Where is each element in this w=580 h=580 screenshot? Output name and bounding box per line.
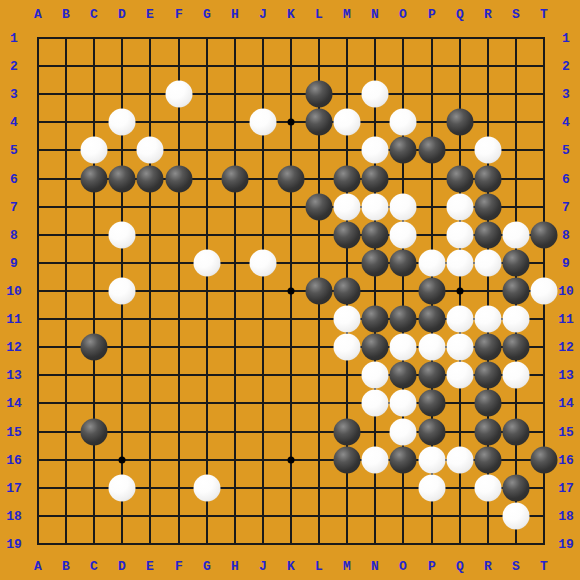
stone-black-N8	[362, 222, 389, 249]
stone-black-R8	[475, 222, 502, 249]
stone-white-R9	[475, 250, 502, 277]
row-label-left-6: 6	[10, 172, 18, 187]
stone-white-S18	[503, 503, 530, 530]
stone-black-C12	[81, 334, 108, 361]
row-label-right-17: 17	[558, 481, 574, 496]
stone-black-P14	[419, 390, 446, 417]
stone-white-N16	[362, 447, 389, 474]
col-label-top-G: G	[203, 7, 211, 22]
stone-black-O9	[390, 250, 417, 277]
stone-black-N11	[362, 306, 389, 333]
col-label-bottom-P: P	[428, 559, 436, 574]
row-label-right-7: 7	[562, 200, 570, 215]
col-label-bottom-G: G	[203, 559, 211, 574]
stone-white-S13	[503, 362, 530, 389]
row-label-right-18: 18	[558, 509, 574, 524]
row-label-right-16: 16	[558, 453, 574, 468]
stone-black-L3	[306, 81, 333, 108]
stone-black-P13	[419, 362, 446, 389]
stone-black-S10	[503, 278, 530, 305]
col-label-top-J: J	[259, 7, 267, 22]
col-label-top-F: F	[175, 7, 183, 22]
stone-black-O13	[390, 362, 417, 389]
stone-white-Q13	[447, 362, 474, 389]
star-point-D16	[119, 457, 126, 464]
row-label-right-8: 8	[562, 228, 570, 243]
stone-black-O5	[390, 137, 417, 164]
row-label-left-18: 18	[6, 509, 22, 524]
row-label-right-9: 9	[562, 256, 570, 271]
col-label-bottom-A: A	[34, 559, 42, 574]
stone-black-S15	[503, 419, 530, 446]
stone-black-T16	[531, 447, 558, 474]
stone-black-C15	[81, 419, 108, 446]
stone-white-N5	[362, 137, 389, 164]
stone-white-N14	[362, 390, 389, 417]
stone-white-Q11	[447, 306, 474, 333]
stone-white-D8	[109, 222, 136, 249]
col-label-bottom-C: C	[90, 559, 98, 574]
col-label-top-K: K	[287, 7, 295, 22]
row-label-right-14: 14	[558, 396, 574, 411]
stone-white-R5	[475, 137, 502, 164]
stone-white-J4	[250, 109, 277, 136]
stone-white-Q12	[447, 334, 474, 361]
row-label-right-10: 10	[558, 284, 574, 299]
stone-white-M7	[334, 194, 361, 221]
row-label-left-3: 3	[10, 87, 18, 102]
row-label-right-13: 13	[558, 368, 574, 383]
stone-black-M10	[334, 278, 361, 305]
col-label-bottom-R: R	[484, 559, 492, 574]
col-label-top-H: H	[231, 7, 239, 22]
row-label-right-2: 2	[562, 59, 570, 74]
stone-white-R11	[475, 306, 502, 333]
go-board[interactable]: AABBCCDDEEFFGGHHJJKKLLMMNNOOPPQQRRSSTT11…	[0, 0, 580, 580]
row-label-left-10: 10	[6, 284, 22, 299]
stone-black-M8	[334, 222, 361, 249]
col-label-top-B: B	[62, 7, 70, 22]
stone-black-Q4	[447, 109, 474, 136]
col-label-bottom-N: N	[371, 559, 379, 574]
col-label-top-L: L	[315, 7, 323, 22]
row-label-left-14: 14	[6, 396, 22, 411]
stone-white-Q9	[447, 250, 474, 277]
col-label-top-D: D	[118, 7, 126, 22]
row-label-left-7: 7	[10, 200, 18, 215]
stone-black-R7	[475, 194, 502, 221]
col-label-bottom-Q: Q	[456, 559, 464, 574]
go-board-screen: AABBCCDDEEFFGGHHJJKKLLMMNNOOPPQQRRSSTT11…	[0, 0, 580, 580]
grid-line-horizontal	[37, 402, 545, 404]
stone-white-G9	[194, 250, 221, 277]
stone-black-P11	[419, 306, 446, 333]
row-label-left-5: 5	[10, 143, 18, 158]
row-label-left-13: 13	[6, 368, 22, 383]
stone-white-O4	[390, 109, 417, 136]
col-label-top-R: R	[484, 7, 492, 22]
stone-black-L7	[306, 194, 333, 221]
row-label-left-16: 16	[6, 453, 22, 468]
stone-black-S9	[503, 250, 530, 277]
star-point-K4	[288, 119, 295, 126]
stone-black-S17	[503, 475, 530, 502]
stone-white-J9	[250, 250, 277, 277]
stone-white-G17	[194, 475, 221, 502]
col-label-top-P: P	[428, 7, 436, 22]
star-point-K10	[288, 288, 295, 295]
row-label-left-1: 1	[10, 31, 18, 46]
stone-white-R17	[475, 475, 502, 502]
stone-white-N7	[362, 194, 389, 221]
row-label-right-6: 6	[562, 172, 570, 187]
col-label-bottom-O: O	[399, 559, 407, 574]
col-label-top-Q: Q	[456, 7, 464, 22]
col-label-bottom-M: M	[343, 559, 351, 574]
stone-white-D17	[109, 475, 136, 502]
row-label-left-17: 17	[6, 481, 22, 496]
row-label-right-1: 1	[562, 31, 570, 46]
stone-black-L4	[306, 109, 333, 136]
col-label-top-S: S	[512, 7, 520, 22]
stone-white-E5	[137, 137, 164, 164]
stone-white-D10	[109, 278, 136, 305]
stone-black-P5	[419, 137, 446, 164]
row-label-left-4: 4	[10, 115, 18, 130]
row-label-left-9: 9	[10, 256, 18, 271]
stone-black-R13	[475, 362, 502, 389]
row-label-right-4: 4	[562, 115, 570, 130]
col-label-top-O: O	[399, 7, 407, 22]
stone-black-D6	[109, 166, 136, 193]
col-label-bottom-H: H	[231, 559, 239, 574]
col-label-bottom-D: D	[118, 559, 126, 574]
stone-white-N3	[362, 81, 389, 108]
col-label-bottom-L: L	[315, 559, 323, 574]
stone-white-Q16	[447, 447, 474, 474]
stone-black-S12	[503, 334, 530, 361]
stone-white-O8	[390, 222, 417, 249]
stone-white-F3	[166, 81, 193, 108]
stone-black-L10	[306, 278, 333, 305]
row-label-right-15: 15	[558, 425, 574, 440]
col-label-bottom-S: S	[512, 559, 520, 574]
stone-black-K6	[278, 166, 305, 193]
stone-black-M16	[334, 447, 361, 474]
stone-black-H6	[222, 166, 249, 193]
stone-black-C6	[81, 166, 108, 193]
stone-black-R6	[475, 166, 502, 193]
stone-black-F6	[166, 166, 193, 193]
grid-line-horizontal	[37, 515, 545, 517]
row-label-right-3: 3	[562, 87, 570, 102]
stone-white-P9	[419, 250, 446, 277]
row-label-left-2: 2	[10, 59, 18, 74]
stone-black-M15	[334, 419, 361, 446]
col-label-bottom-F: F	[175, 559, 183, 574]
row-label-left-15: 15	[6, 425, 22, 440]
stone-black-O11	[390, 306, 417, 333]
stone-white-O15	[390, 419, 417, 446]
row-label-right-19: 19	[558, 537, 574, 552]
stone-black-O16	[390, 447, 417, 474]
stone-black-N9	[362, 250, 389, 277]
stone-black-R12	[475, 334, 502, 361]
col-label-bottom-E: E	[146, 559, 154, 574]
row-label-left-11: 11	[6, 312, 22, 327]
col-label-bottom-J: J	[259, 559, 267, 574]
stone-white-O12	[390, 334, 417, 361]
row-label-left-12: 12	[6, 340, 22, 355]
star-point-Q10	[457, 288, 464, 295]
stone-white-T10	[531, 278, 558, 305]
stone-white-C5	[81, 137, 108, 164]
stone-white-M12	[334, 334, 361, 361]
stone-white-O14	[390, 390, 417, 417]
stone-black-R14	[475, 390, 502, 417]
stone-white-O7	[390, 194, 417, 221]
stone-black-P10	[419, 278, 446, 305]
stone-black-N12	[362, 334, 389, 361]
stone-white-Q7	[447, 194, 474, 221]
col-label-top-A: A	[34, 7, 42, 22]
row-label-right-5: 5	[562, 143, 570, 158]
row-label-right-12: 12	[558, 340, 574, 355]
star-point-K16	[288, 457, 295, 464]
stone-black-R15	[475, 419, 502, 446]
stone-white-N13	[362, 362, 389, 389]
stone-black-N6	[362, 166, 389, 193]
row-label-right-11: 11	[558, 312, 574, 327]
stone-white-P16	[419, 447, 446, 474]
col-label-top-M: M	[343, 7, 351, 22]
col-label-bottom-B: B	[62, 559, 70, 574]
col-label-bottom-K: K	[287, 559, 295, 574]
stone-black-T8	[531, 222, 558, 249]
stone-white-Q8	[447, 222, 474, 249]
stone-white-S11	[503, 306, 530, 333]
col-label-top-E: E	[146, 7, 154, 22]
grid-line-horizontal	[37, 543, 545, 545]
row-label-left-19: 19	[6, 537, 22, 552]
stone-white-M4	[334, 109, 361, 136]
stone-black-R16	[475, 447, 502, 474]
stone-black-P15	[419, 419, 446, 446]
stone-white-D4	[109, 109, 136, 136]
stone-black-M6	[334, 166, 361, 193]
stone-black-E6	[137, 166, 164, 193]
stone-white-P12	[419, 334, 446, 361]
col-label-top-C: C	[90, 7, 98, 22]
grid-line-horizontal	[37, 431, 545, 433]
col-label-top-N: N	[371, 7, 379, 22]
stone-white-P17	[419, 475, 446, 502]
row-label-left-8: 8	[10, 228, 18, 243]
col-label-bottom-T: T	[540, 559, 548, 574]
stone-white-M11	[334, 306, 361, 333]
col-label-top-T: T	[540, 7, 548, 22]
stone-black-Q6	[447, 166, 474, 193]
stone-white-S8	[503, 222, 530, 249]
